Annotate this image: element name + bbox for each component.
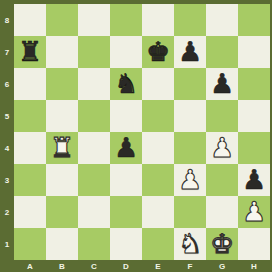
square-f5[interactable] — [174, 100, 206, 132]
square-d8[interactable] — [110, 4, 142, 36]
square-a5[interactable] — [14, 100, 46, 132]
square-e3[interactable] — [142, 164, 174, 196]
square-e8[interactable] — [142, 4, 174, 36]
square-h6[interactable] — [238, 68, 270, 100]
file-label-g: G — [206, 260, 238, 272]
square-a6[interactable] — [14, 68, 46, 100]
piece-white-pawn-f3[interactable]: ♟ — [174, 164, 206, 196]
piece-white-knight-f1[interactable]: ♞ — [174, 228, 206, 260]
square-c1[interactable] — [78, 228, 110, 260]
square-c6[interactable] — [78, 68, 110, 100]
square-d5[interactable] — [110, 100, 142, 132]
file-label-a: A — [14, 260, 46, 272]
square-g6[interactable]: ♟ — [206, 68, 238, 100]
rank-label-7: 7 — [0, 36, 14, 68]
file-label-b: B — [46, 260, 78, 272]
square-g4[interactable]: ♟ — [206, 132, 238, 164]
square-e5[interactable] — [142, 100, 174, 132]
square-h5[interactable] — [238, 100, 270, 132]
square-f3[interactable]: ♟ — [174, 164, 206, 196]
chess-board[interactable]: ♜♚♟♞♟♜♟♟♟♟♟♞♚ — [14, 4, 270, 260]
square-e2[interactable] — [142, 196, 174, 228]
square-c3[interactable] — [78, 164, 110, 196]
square-b4[interactable]: ♜ — [46, 132, 78, 164]
square-h4[interactable] — [238, 132, 270, 164]
square-d6[interactable]: ♞ — [110, 68, 142, 100]
square-b8[interactable] — [46, 4, 78, 36]
piece-white-pawn-g4[interactable]: ♟ — [206, 132, 238, 164]
square-e7[interactable]: ♚ — [142, 36, 174, 68]
square-a2[interactable] — [14, 196, 46, 228]
square-c2[interactable] — [78, 196, 110, 228]
rank-label-5: 5 — [0, 100, 14, 132]
square-g2[interactable] — [206, 196, 238, 228]
rank-labels: 87654321 — [0, 4, 14, 260]
square-b6[interactable] — [46, 68, 78, 100]
square-f8[interactable] — [174, 4, 206, 36]
chess-board-widget: 87654321 ♜♚♟♞♟♜♟♟♟♟♟♞♚ ABCDEFGH — [0, 0, 272, 272]
square-a4[interactable] — [14, 132, 46, 164]
rank-label-3: 3 — [0, 164, 14, 196]
square-g7[interactable] — [206, 36, 238, 68]
square-e1[interactable] — [142, 228, 174, 260]
piece-white-king-g1[interactable]: ♚ — [206, 228, 238, 260]
rank-label-1: 1 — [0, 228, 14, 260]
square-g5[interactable] — [206, 100, 238, 132]
file-label-h: H — [238, 260, 270, 272]
piece-white-pawn-h2[interactable]: ♟ — [238, 196, 270, 228]
square-b7[interactable] — [46, 36, 78, 68]
piece-white-rook-b4[interactable]: ♜ — [46, 132, 78, 164]
square-d4[interactable]: ♟ — [110, 132, 142, 164]
square-b3[interactable] — [46, 164, 78, 196]
square-h8[interactable] — [238, 4, 270, 36]
file-label-c: C — [78, 260, 110, 272]
square-b5[interactable] — [46, 100, 78, 132]
square-d3[interactable] — [110, 164, 142, 196]
square-f6[interactable] — [174, 68, 206, 100]
file-label-d: D — [110, 260, 142, 272]
piece-black-knight-d6[interactable]: ♞ — [110, 68, 142, 100]
piece-black-pawn-h3[interactable]: ♟ — [238, 164, 270, 196]
square-a3[interactable] — [14, 164, 46, 196]
rank-label-6: 6 — [0, 68, 14, 100]
square-h2[interactable]: ♟ — [238, 196, 270, 228]
file-label-f: F — [174, 260, 206, 272]
square-f4[interactable] — [174, 132, 206, 164]
piece-black-pawn-f7[interactable]: ♟ — [174, 36, 206, 68]
square-a1[interactable] — [14, 228, 46, 260]
piece-black-pawn-g6[interactable]: ♟ — [206, 68, 238, 100]
square-d2[interactable] — [110, 196, 142, 228]
piece-black-king-e7[interactable]: ♚ — [142, 36, 174, 68]
square-c4[interactable] — [78, 132, 110, 164]
square-f7[interactable]: ♟ — [174, 36, 206, 68]
square-h3[interactable]: ♟ — [238, 164, 270, 196]
square-d1[interactable] — [110, 228, 142, 260]
rank-label-2: 2 — [0, 196, 14, 228]
square-g8[interactable] — [206, 4, 238, 36]
square-b1[interactable] — [46, 228, 78, 260]
piece-black-rook-a7[interactable]: ♜ — [14, 36, 46, 68]
square-g3[interactable] — [206, 164, 238, 196]
square-b2[interactable] — [46, 196, 78, 228]
square-f2[interactable] — [174, 196, 206, 228]
rank-label-4: 4 — [0, 132, 14, 164]
file-label-e: E — [142, 260, 174, 272]
square-a7[interactable]: ♜ — [14, 36, 46, 68]
square-e6[interactable] — [142, 68, 174, 100]
square-d7[interactable] — [110, 36, 142, 68]
square-h1[interactable] — [238, 228, 270, 260]
square-c5[interactable] — [78, 100, 110, 132]
square-a8[interactable] — [14, 4, 46, 36]
file-labels: ABCDEFGH — [14, 260, 270, 272]
piece-black-pawn-d4[interactable]: ♟ — [110, 132, 142, 164]
rank-label-8: 8 — [0, 4, 14, 36]
square-c8[interactable] — [78, 4, 110, 36]
square-g1[interactable]: ♚ — [206, 228, 238, 260]
square-e4[interactable] — [142, 132, 174, 164]
square-f1[interactable]: ♞ — [174, 228, 206, 260]
square-h7[interactable] — [238, 36, 270, 68]
square-c7[interactable] — [78, 36, 110, 68]
